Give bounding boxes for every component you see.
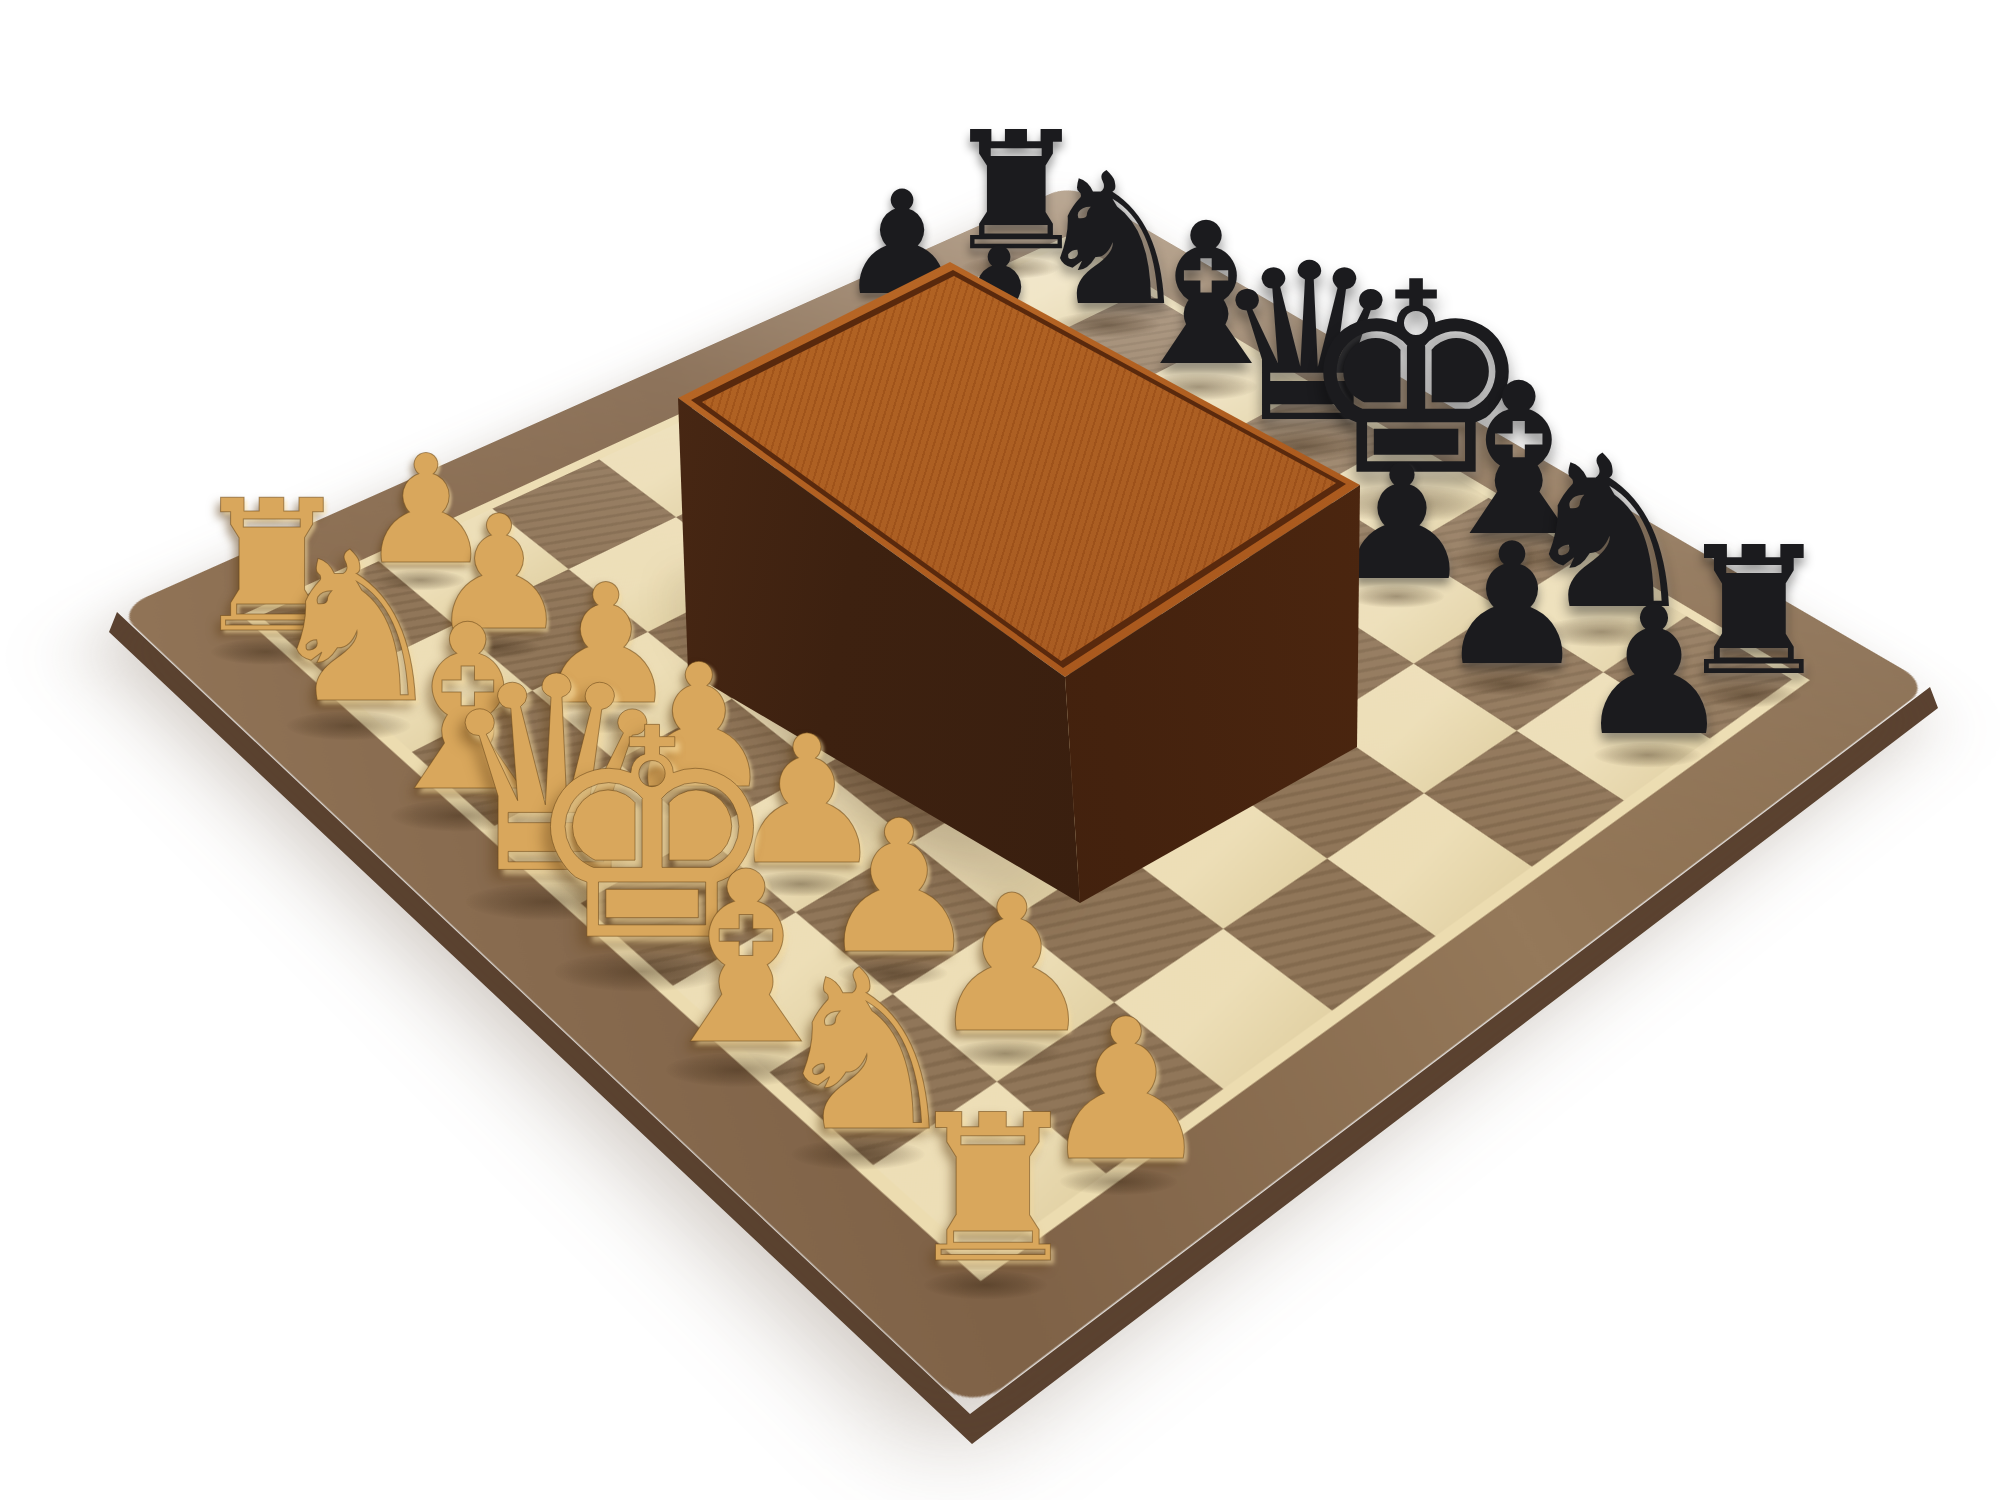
chess-set-photo: ♜♞♝♛♚♝♞♜♟♟♟♟♟♟♟♟♜♞♝♛♚♝♞♜♟♟♟♟♟: [0, 0, 2000, 1500]
white-rook-h1: ♜: [902, 1088, 1085, 1292]
